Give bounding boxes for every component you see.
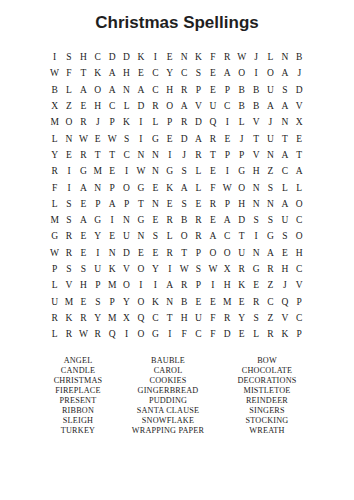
grid-cell[interactable]: U (263, 82, 277, 98)
grid-cell[interactable]: J (249, 49, 263, 65)
grid-cell[interactable]: X (220, 261, 234, 277)
grid-cell[interactable]: P (105, 179, 119, 195)
grid-cell[interactable]: K (278, 326, 292, 342)
grid-cell[interactable]: I (148, 277, 162, 293)
grid-cell[interactable]: S (62, 261, 76, 277)
grid-cell[interactable]: K (134, 49, 148, 65)
grid-cell[interactable]: A (177, 179, 191, 195)
grid-cell[interactable]: P (191, 277, 205, 293)
grid-cell[interactable]: D (119, 245, 133, 261)
grid-cell[interactable]: S (177, 196, 191, 212)
grid-cell[interactable]: K (91, 65, 105, 81)
grid-cell[interactable]: R (76, 114, 90, 130)
grid-cell[interactable]: S (263, 179, 277, 195)
grid-cell[interactable]: A (105, 196, 119, 212)
grid-cell[interactable]: R (191, 212, 205, 228)
grid-cell[interactable]: F (177, 326, 191, 342)
grid-cell[interactable]: Y (47, 147, 61, 163)
grid-cell[interactable]: C (292, 310, 306, 326)
grid-cell[interactable]: A (163, 277, 177, 293)
grid-cell[interactable]: C (148, 65, 162, 81)
grid-cell[interactable]: O (134, 261, 148, 277)
grid-cell[interactable]: E (148, 245, 162, 261)
grid-cell[interactable]: S (62, 196, 76, 212)
grid-cell[interactable]: I (134, 130, 148, 146)
grid-cell[interactable]: C (148, 82, 162, 98)
grid-cell[interactable]: E (91, 130, 105, 146)
grid-cell[interactable]: P (91, 277, 105, 293)
grid-cell[interactable]: T (134, 196, 148, 212)
grid-cell[interactable]: A (263, 245, 277, 261)
grid-cell[interactable]: N (249, 179, 263, 195)
grid-cell[interactable]: N (263, 196, 277, 212)
grid-cell[interactable]: Z (62, 98, 76, 114)
grid-cell[interactable]: U (47, 293, 61, 309)
grid-cell[interactable]: P (234, 147, 248, 163)
grid-cell[interactable]: U (278, 212, 292, 228)
grid-cell[interactable]: E (191, 196, 205, 212)
grid-cell[interactable]: C (220, 228, 234, 244)
grid-cell[interactable]: I (206, 277, 220, 293)
grid-cell[interactable]: B (47, 82, 61, 98)
grid-cell[interactable]: I (163, 326, 177, 342)
grid-cell[interactable]: L (47, 130, 61, 146)
grid-cell[interactable]: D (220, 326, 234, 342)
grid-cell[interactable]: M (47, 114, 61, 130)
grid-cell[interactable]: P (220, 147, 234, 163)
grid-cell[interactable]: V (278, 310, 292, 326)
grid-cell[interactable]: E (249, 277, 263, 293)
grid-cell[interactable]: J (292, 65, 306, 81)
grid-cell[interactable]: T (234, 228, 248, 244)
grid-cell[interactable]: A (191, 130, 205, 146)
grid-cell[interactable]: L (119, 98, 133, 114)
grid-cell[interactable]: S (191, 261, 205, 277)
grid-cell[interactable]: P (220, 196, 234, 212)
grid-cell[interactable]: Y (148, 261, 162, 277)
grid-cell[interactable]: N (134, 228, 148, 244)
grid-cell[interactable]: R (177, 277, 191, 293)
grid-cell[interactable]: N (249, 245, 263, 261)
grid-cell[interactable]: R (76, 147, 90, 163)
grid-cell[interactable]: Y (234, 310, 248, 326)
grid-cell[interactable]: P (47, 261, 61, 277)
grid-cell[interactable]: A (105, 82, 119, 98)
grid-cell[interactable]: N (177, 49, 191, 65)
grid-cell[interactable]: P (119, 196, 133, 212)
grid-cell[interactable]: A (263, 98, 277, 114)
grid-cell[interactable]: E (206, 65, 220, 81)
grid-cell[interactable]: N (278, 114, 292, 130)
grid-cell[interactable]: B (292, 49, 306, 65)
grid-cell[interactable]: G (148, 130, 162, 146)
grid-cell[interactable]: N (163, 293, 177, 309)
grid-cell[interactable]: F (62, 65, 76, 81)
grid-cell[interactable]: K (62, 310, 76, 326)
grid-cell[interactable]: S (263, 212, 277, 228)
grid-cell[interactable]: R (220, 310, 234, 326)
grid-cell[interactable]: W (134, 163, 148, 179)
grid-cell[interactable]: T (249, 130, 263, 146)
grid-cell[interactable]: N (62, 130, 76, 146)
grid-cell[interactable]: O (206, 245, 220, 261)
grid-cell[interactable]: S (249, 310, 263, 326)
grid-cell[interactable]: K (119, 114, 133, 130)
grid-cell[interactable]: P (191, 245, 205, 261)
grid-cell[interactable]: O (163, 98, 177, 114)
grid-cell[interactable]: L (191, 179, 205, 195)
grid-cell[interactable]: E (134, 65, 148, 81)
grid-cell[interactable]: R (206, 130, 220, 146)
grid-cell[interactable]: L (263, 49, 277, 65)
grid-cell[interactable]: T (292, 147, 306, 163)
grid-cell[interactable]: S (91, 293, 105, 309)
grid-cell[interactable]: U (206, 98, 220, 114)
grid-cell[interactable]: W (47, 65, 61, 81)
grid-cell[interactable]: T (91, 147, 105, 163)
grid-cell[interactable]: B (177, 212, 191, 228)
grid-cell[interactable]: R (47, 163, 61, 179)
grid-cell[interactable]: N (134, 147, 148, 163)
grid-cell[interactable]: H (234, 196, 248, 212)
grid-cell[interactable]: O (91, 82, 105, 98)
grid-cell[interactable]: I (134, 277, 148, 293)
grid-cell[interactable]: M (91, 163, 105, 179)
grid-cell[interactable]: V (292, 98, 306, 114)
grid-cell[interactable]: S (191, 65, 205, 81)
grid-cell[interactable]: C (105, 98, 119, 114)
grid-cell[interactable]: G (263, 228, 277, 244)
grid-cell[interactable]: O (177, 228, 191, 244)
grid-cell[interactable]: E (206, 212, 220, 228)
grid-cell[interactable]: R (148, 98, 162, 114)
grid-cell[interactable]: C (292, 261, 306, 277)
grid-cell[interactable]: O (119, 179, 133, 195)
grid-cell[interactable]: R (249, 293, 263, 309)
grid-cell[interactable]: F (47, 179, 61, 195)
grid-cell[interactable]: E (206, 293, 220, 309)
grid-cell[interactable]: X (47, 98, 61, 114)
grid-cell[interactable]: L (292, 179, 306, 195)
grid-cell[interactable]: R (62, 228, 76, 244)
grid-cell[interactable]: J (278, 277, 292, 293)
grid-cell[interactable]: A (278, 98, 292, 114)
grid-cell[interactable]: S (119, 130, 133, 146)
grid-cell[interactable]: X (119, 310, 133, 326)
grid-cell[interactable]: H (220, 277, 234, 293)
grid-cell[interactable]: S (177, 163, 191, 179)
grid-cell[interactable]: T (206, 147, 220, 163)
grid-cell[interactable]: D (191, 114, 205, 130)
grid-cell[interactable]: C (191, 326, 205, 342)
grid-cell[interactable]: E (76, 245, 90, 261)
grid-cell[interactable]: B (234, 98, 248, 114)
grid-cell[interactable]: R (62, 326, 76, 342)
grid-cell[interactable]: F (206, 310, 220, 326)
grid-cell[interactable]: T (105, 147, 119, 163)
grid-cell[interactable]: K (105, 261, 119, 277)
grid-cell[interactable]: V (249, 114, 263, 130)
grid-cell[interactable]: D (119, 49, 133, 65)
grid-cell[interactable]: M (62, 293, 76, 309)
grid-cell[interactable]: C (220, 98, 234, 114)
grid-cell[interactable]: A (134, 82, 148, 98)
grid-cell[interactable]: M (220, 293, 234, 309)
grid-cell[interactable]: K (234, 277, 248, 293)
grid-cell[interactable]: C (263, 293, 277, 309)
grid-cell[interactable]: R (191, 147, 205, 163)
grid-cell[interactable]: Z (263, 277, 277, 293)
grid-cell[interactable]: E (163, 130, 177, 146)
grid-cell[interactable]: E (292, 130, 306, 146)
grid-cell[interactable]: E (105, 163, 119, 179)
grid-cell[interactable]: Y (91, 310, 105, 326)
grid-cell[interactable]: I (163, 147, 177, 163)
grid-cell[interactable]: R (163, 245, 177, 261)
grid-cell[interactable]: H (91, 98, 105, 114)
grid-cell[interactable]: F (206, 326, 220, 342)
grid-cell[interactable]: D (292, 82, 306, 98)
grid-cell[interactable]: A (206, 228, 220, 244)
grid-cell[interactable]: A (76, 82, 90, 98)
grid-cell[interactable]: I (134, 114, 148, 130)
grid-cell[interactable]: R (177, 114, 191, 130)
grid-cell[interactable]: A (105, 65, 119, 81)
grid-cell[interactable]: E (220, 130, 234, 146)
grid-cell[interactable]: C (119, 147, 133, 163)
grid-cell[interactable]: C (91, 49, 105, 65)
grid-cell[interactable]: M (105, 277, 119, 293)
grid-cell[interactable]: S (249, 212, 263, 228)
grid-cell[interactable]: E (234, 293, 248, 309)
grid-cell[interactable]: R (47, 310, 61, 326)
grid-cell[interactable]: I (105, 212, 119, 228)
grid-cell[interactable]: A (220, 212, 234, 228)
grid-cell[interactable]: I (119, 163, 133, 179)
grid-cell[interactable]: D (234, 212, 248, 228)
grid-cell[interactable]: N (249, 196, 263, 212)
grid-cell[interactable]: E (148, 212, 162, 228)
grid-cell[interactable]: I (62, 179, 76, 195)
grid-cell[interactable]: L (47, 196, 61, 212)
grid-cell[interactable]: R (191, 228, 205, 244)
grid-cell[interactable]: I (220, 163, 234, 179)
grid-cell[interactable]: K (191, 49, 205, 65)
grid-cell[interactable]: O (134, 293, 148, 309)
grid-cell[interactable]: S (62, 49, 76, 65)
grid-cell[interactable]: G (76, 163, 90, 179)
grid-cell[interactable]: J (177, 147, 191, 163)
grid-cell[interactable]: W (220, 179, 234, 195)
grid-cell[interactable]: R (263, 261, 277, 277)
grid-cell[interactable]: R (220, 49, 234, 65)
grid-cell[interactable]: Z (263, 310, 277, 326)
grid-cell[interactable]: L (47, 277, 61, 293)
grid-cell[interactable]: A (76, 212, 90, 228)
grid-cell[interactable]: R (263, 326, 277, 342)
grid-cell[interactable]: E (278, 245, 292, 261)
grid-cell[interactable]: W (206, 261, 220, 277)
grid-cell[interactable]: H (278, 261, 292, 277)
grid-cell[interactable]: S (76, 261, 90, 277)
grid-cell[interactable]: Q (278, 293, 292, 309)
grid-cell[interactable]: E (76, 196, 90, 212)
grid-cell[interactable]: N (148, 196, 162, 212)
grid-cell[interactable]: T (278, 130, 292, 146)
grid-cell[interactable]: S (278, 82, 292, 98)
grid-cell[interactable]: I (47, 49, 61, 65)
grid-cell[interactable]: V (119, 261, 133, 277)
grid-cell[interactable]: E (134, 245, 148, 261)
grid-cell[interactable]: D (134, 98, 148, 114)
grid-cell[interactable]: H (292, 245, 306, 261)
grid-cell[interactable]: D (105, 49, 119, 65)
grid-cell[interactable]: W (47, 245, 61, 261)
grid-cell[interactable]: W (76, 326, 90, 342)
grid-cell[interactable]: L (47, 326, 61, 342)
grid-cell[interactable]: G (148, 326, 162, 342)
grid-cell[interactable]: L (62, 82, 76, 98)
grid-cell[interactable]: I (249, 228, 263, 244)
grid-cell[interactable]: H (119, 65, 133, 81)
grid-cell[interactable]: B (249, 82, 263, 98)
grid-cell[interactable]: W (234, 49, 248, 65)
grid-cell[interactable]: Y (91, 228, 105, 244)
grid-cell[interactable]: E (234, 326, 248, 342)
grid-cell[interactable]: P (292, 293, 306, 309)
grid-cell[interactable]: N (119, 212, 133, 228)
grid-cell[interactable]: E (163, 49, 177, 65)
grid-cell[interactable]: E (191, 293, 205, 309)
grid-cell[interactable]: N (263, 147, 277, 163)
grid-cell[interactable]: X (292, 114, 306, 130)
grid-cell[interactable]: G (249, 261, 263, 277)
grid-cell[interactable]: U (234, 245, 248, 261)
grid-cell[interactable]: G (47, 228, 61, 244)
grid-cell[interactable]: G (134, 212, 148, 228)
grid-cell[interactable]: N (105, 245, 119, 261)
grid-cell[interactable]: V (62, 277, 76, 293)
grid-cell[interactable]: K (148, 293, 162, 309)
grid-cell[interactable]: W (76, 130, 90, 146)
grid-cell[interactable]: E (62, 147, 76, 163)
grid-cell[interactable]: N (148, 147, 162, 163)
grid-cell[interactable]: A (76, 179, 90, 195)
grid-cell[interactable]: O (220, 245, 234, 261)
grid-cell[interactable]: A (177, 98, 191, 114)
grid-cell[interactable]: G (234, 163, 248, 179)
grid-cell[interactable]: O (234, 179, 248, 195)
grid-cell[interactable]: H (76, 277, 90, 293)
grid-cell[interactable]: P (105, 114, 119, 130)
grid-cell[interactable]: G (134, 179, 148, 195)
grid-cell[interactable]: P (91, 196, 105, 212)
grid-cell[interactable]: A (278, 65, 292, 81)
grid-cell[interactable]: Y (119, 293, 133, 309)
grid-cell[interactable]: E (76, 293, 90, 309)
grid-cell[interactable]: F (206, 49, 220, 65)
grid-cell[interactable]: C (177, 65, 191, 81)
grid-cell[interactable]: R (177, 82, 191, 98)
grid-cell[interactable]: O (234, 65, 248, 81)
grid-cell[interactable]: C (278, 163, 292, 179)
grid-cell[interactable]: U (191, 310, 205, 326)
grid-cell[interactable]: K (163, 179, 177, 195)
grid-cell[interactable]: E (105, 228, 119, 244)
grid-cell[interactable]: I (163, 261, 177, 277)
grid-cell[interactable]: S (62, 212, 76, 228)
grid-cell[interactable]: R (163, 212, 177, 228)
grid-cell[interactable]: V (249, 147, 263, 163)
grid-cell[interactable]: N (91, 179, 105, 195)
grid-cell[interactable]: P (292, 326, 306, 342)
grid-cell[interactable]: T (177, 245, 191, 261)
grid-cell[interactable]: J (91, 114, 105, 130)
grid-cell[interactable]: O (263, 65, 277, 81)
grid-cell[interactable]: B (234, 82, 248, 98)
grid-cell[interactable]: R (206, 196, 220, 212)
grid-cell[interactable]: D (177, 130, 191, 146)
grid-cell[interactable]: R (234, 261, 248, 277)
grid-cell[interactable]: O (62, 114, 76, 130)
grid-cell[interactable]: A (220, 65, 234, 81)
grid-cell[interactable]: E (206, 163, 220, 179)
grid-cell[interactable]: I (220, 114, 234, 130)
grid-cell[interactable]: I (249, 65, 263, 81)
grid-cell[interactable]: L (249, 326, 263, 342)
grid-cell[interactable]: H (177, 310, 191, 326)
grid-cell[interactable]: R (62, 245, 76, 261)
grid-cell[interactable]: E (76, 228, 90, 244)
grid-cell[interactable]: R (91, 326, 105, 342)
grid-cell[interactable]: M (105, 310, 119, 326)
grid-cell[interactable]: J (263, 114, 277, 130)
grid-cell[interactable]: B (249, 98, 263, 114)
grid-cell[interactable]: L (191, 163, 205, 179)
grid-cell[interactable]: L (148, 114, 162, 130)
grid-cell[interactable]: Z (263, 163, 277, 179)
grid-cell[interactable]: I (148, 49, 162, 65)
grid-cell[interactable]: U (119, 228, 133, 244)
grid-cell[interactable]: C (148, 310, 162, 326)
grid-cell[interactable]: A (292, 163, 306, 179)
grid-cell[interactable]: P (191, 82, 205, 98)
grid-cell[interactable]: S (148, 228, 162, 244)
grid-cell[interactable]: H (249, 163, 263, 179)
grid-cell[interactable]: V (292, 277, 306, 293)
grid-cell[interactable]: I (119, 326, 133, 342)
grid-cell[interactable]: E (206, 82, 220, 98)
grid-cell[interactable]: P (163, 114, 177, 130)
grid-cell[interactable]: C (292, 212, 306, 228)
grid-cell[interactable]: E (148, 179, 162, 195)
grid-cell[interactable]: A (278, 147, 292, 163)
grid-cell[interactable]: B (177, 293, 191, 309)
grid-cell[interactable]: H (76, 49, 90, 65)
grid-cell[interactable]: A (278, 196, 292, 212)
grid-cell[interactable]: Q (105, 326, 119, 342)
grid-cell[interactable]: U (263, 130, 277, 146)
grid-cell[interactable]: H (163, 82, 177, 98)
grid-cell[interactable]: I (62, 163, 76, 179)
grid-cell[interactable]: O (292, 228, 306, 244)
grid-cell[interactable]: T (76, 65, 90, 81)
grid-cell[interactable]: E (76, 98, 90, 114)
grid-cell[interactable]: P (105, 293, 119, 309)
grid-cell[interactable]: L (163, 228, 177, 244)
grid-cell[interactable]: Q (134, 310, 148, 326)
grid-cell[interactable]: I (91, 245, 105, 261)
